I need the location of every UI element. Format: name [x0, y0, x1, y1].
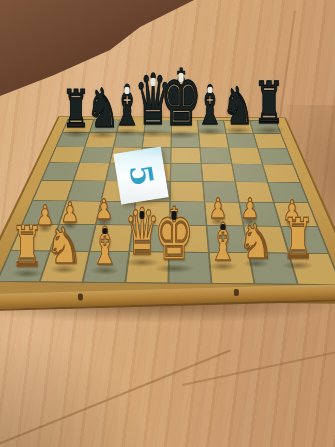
piece-finial-dark	[140, 211, 145, 219]
piece-finial-light	[151, 78, 156, 86]
piece-glyph: ♚	[154, 198, 194, 270]
piece-finial-dark	[221, 224, 226, 230]
piece-finial-light	[208, 87, 213, 93]
piece-glyph: ♞	[222, 80, 255, 132]
piece-glyph: ♜	[11, 219, 44, 275]
piece-glyph: ♜	[253, 74, 284, 132]
piece-finial-light	[125, 87, 130, 94]
piece-finial-dark	[172, 211, 177, 220]
piece-glyph: ♞	[238, 217, 275, 265]
piece-glyph: ♞	[45, 221, 83, 271]
piece-finial-light	[179, 73, 184, 82]
pieces-layer: ♜♞♝♛♚♝♞♜♟♟♟♟♟♟♜♞♝♛♚♝♞♜	[0, 0, 335, 447]
scene: 5 ♜♞♝♛♚♝♞♜♟♟♟♟♟♟♜♞♝♛♚♝♞♜	[0, 0, 335, 447]
piece-finial-dark	[103, 228, 108, 234]
piece-glyph: ♜	[282, 211, 315, 267]
